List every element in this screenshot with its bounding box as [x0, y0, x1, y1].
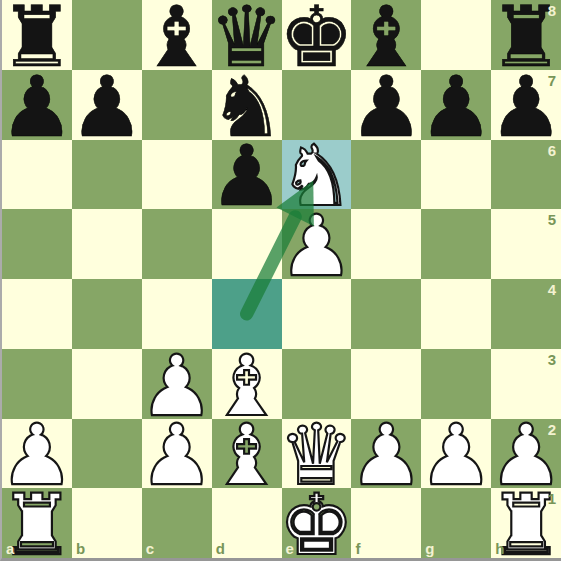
- square-a7[interactable]: ♟: [2, 70, 72, 140]
- square-e8[interactable]: ♚: [282, 0, 352, 70]
- black-pawn[interactable]: ♟: [72, 72, 142, 142]
- square-f7[interactable]: ♟: [351, 70, 421, 140]
- square-g2[interactable]: ♟: [421, 419, 491, 489]
- black-pawn[interactable]: ♟: [2, 72, 72, 142]
- square-c8[interactable]: ♝: [142, 0, 212, 70]
- square-b2[interactable]: [72, 419, 142, 489]
- white-bishop[interactable]: ♝: [212, 421, 282, 491]
- square-h4[interactable]: [491, 279, 561, 349]
- white-king[interactable]: ♚: [282, 490, 352, 560]
- square-g7[interactable]: ♟: [421, 70, 491, 140]
- square-g4[interactable]: [421, 279, 491, 349]
- chess-board-frame: ♜♝♛♚♝♜♟♟♞♟♟♟♟♞♟♟♝♟♟♝♛♟♟♟♜♚♜87654321abcde…: [0, 0, 561, 561]
- square-b7[interactable]: ♟: [72, 70, 142, 140]
- black-king[interactable]: ♚: [282, 2, 352, 72]
- square-b1[interactable]: [72, 488, 142, 558]
- square-e5[interactable]: ♟: [282, 209, 352, 279]
- square-d2[interactable]: ♝: [212, 419, 282, 489]
- square-d6[interactable]: ♟: [212, 140, 282, 210]
- black-pawn[interactable]: ♟: [421, 72, 491, 142]
- square-c6[interactable]: [142, 140, 212, 210]
- square-a5[interactable]: [2, 209, 72, 279]
- square-a1[interactable]: ♜: [2, 488, 72, 558]
- white-rook[interactable]: ♜: [491, 490, 561, 560]
- square-f5[interactable]: [351, 209, 421, 279]
- square-f4[interactable]: [351, 279, 421, 349]
- square-c2[interactable]: ♟: [142, 419, 212, 489]
- white-pawn[interactable]: ♟: [351, 421, 421, 491]
- square-c5[interactable]: [142, 209, 212, 279]
- square-h5[interactable]: [491, 209, 561, 279]
- chess-board[interactable]: ♜♝♛♚♝♜♟♟♞♟♟♟♟♞♟♟♝♟♟♝♛♟♟♟♜♚♜87654321abcde…: [2, 0, 561, 558]
- square-f2[interactable]: ♟: [351, 419, 421, 489]
- square-h7[interactable]: ♟: [491, 70, 561, 140]
- black-bishop[interactable]: ♝: [142, 2, 212, 72]
- square-b3[interactable]: [72, 349, 142, 419]
- black-pawn[interactable]: ♟: [212, 142, 282, 212]
- square-g5[interactable]: [421, 209, 491, 279]
- square-b5[interactable]: [72, 209, 142, 279]
- black-pawn[interactable]: ♟: [491, 72, 561, 142]
- white-pawn[interactable]: ♟: [142, 421, 212, 491]
- square-h1[interactable]: ♜: [491, 488, 561, 558]
- white-pawn[interactable]: ♟: [282, 211, 352, 281]
- black-pawn[interactable]: ♟: [351, 72, 421, 142]
- white-rook[interactable]: ♜: [2, 490, 72, 560]
- square-e1[interactable]: ♚: [282, 488, 352, 558]
- white-pawn[interactable]: ♟: [421, 421, 491, 491]
- square-a4[interactable]: [2, 279, 72, 349]
- square-b4[interactable]: [72, 279, 142, 349]
